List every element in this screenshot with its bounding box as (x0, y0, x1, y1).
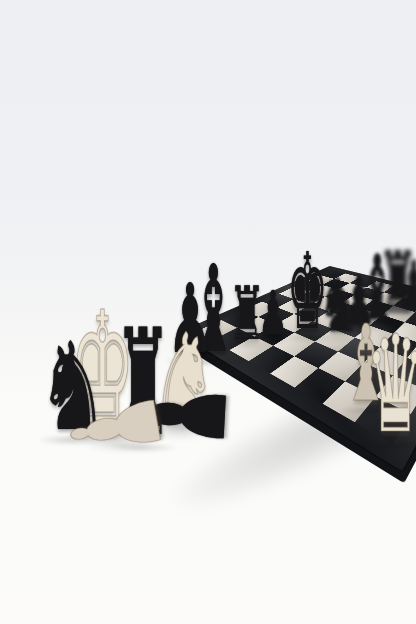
white-pawn-lying: ♟ (77, 387, 157, 467)
white-king-offboard: ♚ (57, 350, 148, 441)
black-rook-offboard: ♜ (102, 370, 184, 452)
chess-set-photo: ♟♝♜♟♚♞♟♝♜♟♝♛♞♚♜♞♟♟ (0, 0, 416, 624)
black-knight-offboard: ♞ (31, 361, 115, 445)
black-pawn-lying: ♟ (138, 372, 223, 457)
